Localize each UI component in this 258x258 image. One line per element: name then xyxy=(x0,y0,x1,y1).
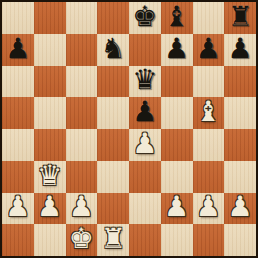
square-b4[interactable] xyxy=(34,129,66,161)
white-pawn-g2[interactable]: ♟ xyxy=(196,193,221,221)
black-pawn-h7[interactable]: ♟ xyxy=(228,35,253,63)
square-e2[interactable] xyxy=(129,193,161,225)
black-pawn-g7[interactable]: ♟ xyxy=(196,35,221,63)
square-d5[interactable] xyxy=(97,97,129,129)
square-a6[interactable] xyxy=(2,66,34,98)
white-rook-d1[interactable]: ♜ xyxy=(101,225,126,253)
square-a4[interactable] xyxy=(2,129,34,161)
square-a2[interactable]: ♟ xyxy=(2,193,34,225)
square-c2[interactable]: ♟ xyxy=(66,193,98,225)
square-f4[interactable] xyxy=(161,129,193,161)
square-c1[interactable]: ♚ xyxy=(66,224,98,256)
square-f3[interactable] xyxy=(161,161,193,193)
square-g8[interactable] xyxy=(193,2,225,34)
square-d2[interactable] xyxy=(97,193,129,225)
square-d8[interactable] xyxy=(97,2,129,34)
square-a3[interactable] xyxy=(2,161,34,193)
square-h8[interactable]: ♜ xyxy=(224,2,256,34)
square-b5[interactable] xyxy=(34,97,66,129)
square-g2[interactable]: ♟ xyxy=(193,193,225,225)
square-b2[interactable]: ♟ xyxy=(34,193,66,225)
white-pawn-a2[interactable]: ♟ xyxy=(5,193,30,221)
square-c7[interactable] xyxy=(66,34,98,66)
square-g3[interactable] xyxy=(193,161,225,193)
black-rook-h8[interactable]: ♜ xyxy=(228,3,253,31)
square-c4[interactable] xyxy=(66,129,98,161)
black-queen-e6[interactable]: ♛ xyxy=(132,66,157,94)
square-e3[interactable] xyxy=(129,161,161,193)
black-pawn-f7[interactable]: ♟ xyxy=(164,35,189,63)
square-h1[interactable] xyxy=(224,224,256,256)
white-king-c1[interactable]: ♚ xyxy=(69,225,94,253)
white-pawn-e4[interactable]: ♟ xyxy=(132,130,157,158)
square-e5[interactable]: ♟ xyxy=(129,97,161,129)
square-g1[interactable] xyxy=(193,224,225,256)
square-h4[interactable] xyxy=(224,129,256,161)
square-a7[interactable]: ♟ xyxy=(2,34,34,66)
square-f2[interactable]: ♟ xyxy=(161,193,193,225)
square-c8[interactable] xyxy=(66,2,98,34)
square-c5[interactable] xyxy=(66,97,98,129)
square-a5[interactable] xyxy=(2,97,34,129)
black-king-e8[interactable]: ♚ xyxy=(132,3,157,31)
square-g7[interactable]: ♟ xyxy=(193,34,225,66)
square-c3[interactable] xyxy=(66,161,98,193)
square-h7[interactable]: ♟ xyxy=(224,34,256,66)
white-pawn-h2[interactable]: ♟ xyxy=(228,193,253,221)
square-g4[interactable] xyxy=(193,129,225,161)
square-b1[interactable] xyxy=(34,224,66,256)
square-e8[interactable]: ♚ xyxy=(129,2,161,34)
square-d7[interactable]: ♞ xyxy=(97,34,129,66)
square-e1[interactable] xyxy=(129,224,161,256)
square-f6[interactable] xyxy=(161,66,193,98)
square-h3[interactable] xyxy=(224,161,256,193)
square-a8[interactable] xyxy=(2,2,34,34)
black-bishop-f8[interactable]: ♝ xyxy=(164,3,189,31)
square-a1[interactable] xyxy=(2,224,34,256)
square-b7[interactable] xyxy=(34,34,66,66)
square-c6[interactable] xyxy=(66,66,98,98)
square-f1[interactable] xyxy=(161,224,193,256)
square-f7[interactable]: ♟ xyxy=(161,34,193,66)
square-f5[interactable] xyxy=(161,97,193,129)
black-pawn-e5[interactable]: ♟ xyxy=(132,98,157,126)
square-g6[interactable] xyxy=(193,66,225,98)
square-h5[interactable] xyxy=(224,97,256,129)
square-h2[interactable]: ♟ xyxy=(224,193,256,225)
black-pawn-a7[interactable]: ♟ xyxy=(5,35,30,63)
square-h6[interactable] xyxy=(224,66,256,98)
square-e7[interactable] xyxy=(129,34,161,66)
square-e4[interactable]: ♟ xyxy=(129,129,161,161)
square-f8[interactable]: ♝ xyxy=(161,2,193,34)
white-bishop-g5[interactable]: ♝ xyxy=(196,98,221,126)
square-d4[interactable] xyxy=(97,129,129,161)
white-pawn-b2[interactable]: ♟ xyxy=(37,193,62,221)
black-knight-d7[interactable]: ♞ xyxy=(101,35,126,63)
chess-board: ♚♝♜♟♞♟♟♟♛♟♝♟♛♟♟♟♟♟♟♚♜ xyxy=(0,0,258,258)
white-queen-b3[interactable]: ♛ xyxy=(37,162,62,190)
square-d1[interactable]: ♜ xyxy=(97,224,129,256)
square-d3[interactable] xyxy=(97,161,129,193)
square-d6[interactable] xyxy=(97,66,129,98)
square-g5[interactable]: ♝ xyxy=(193,97,225,129)
square-b6[interactable] xyxy=(34,66,66,98)
white-pawn-c2[interactable]: ♟ xyxy=(69,193,94,221)
white-pawn-f2[interactable]: ♟ xyxy=(164,193,189,221)
square-b8[interactable] xyxy=(34,2,66,34)
square-e6[interactable]: ♛ xyxy=(129,66,161,98)
square-b3[interactable]: ♛ xyxy=(34,161,66,193)
